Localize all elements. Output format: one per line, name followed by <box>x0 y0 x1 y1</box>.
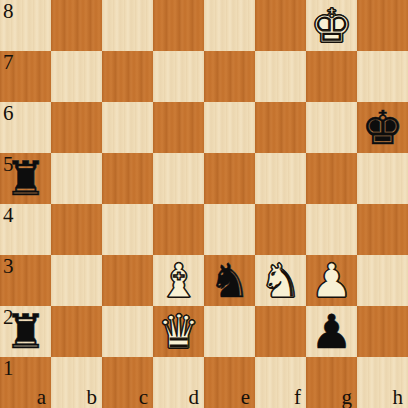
file-label-a: a <box>0 387 46 408</box>
square-d4[interactable] <box>153 204 204 255</box>
file-label-d: d <box>153 387 199 408</box>
rank-label-5: 5 <box>3 154 14 175</box>
square-d7[interactable] <box>153 51 204 102</box>
square-h4[interactable] <box>357 204 408 255</box>
rank-label-4: 4 <box>3 205 14 226</box>
rank-label-6: 6 <box>3 103 14 124</box>
square-e7[interactable] <box>204 51 255 102</box>
file-label-g: g <box>306 387 352 408</box>
square-g7[interactable] <box>306 51 357 102</box>
square-c6[interactable] <box>102 102 153 153</box>
square-c7[interactable] <box>102 51 153 102</box>
file-label-f: f <box>255 387 301 408</box>
square-e6[interactable] <box>204 102 255 153</box>
square-g6[interactable] <box>306 102 357 153</box>
square-c4[interactable] <box>102 204 153 255</box>
square-c3[interactable] <box>102 255 153 306</box>
square-d3[interactable]: ♝ <box>153 255 204 306</box>
square-g3[interactable]: ♟ <box>306 255 357 306</box>
file-label-e: e <box>204 387 250 408</box>
square-f7[interactable] <box>255 51 306 102</box>
square-d5[interactable] <box>153 153 204 204</box>
rank-label-3: 3 <box>3 256 14 277</box>
square-c8[interactable] <box>102 0 153 51</box>
square-e5[interactable] <box>204 153 255 204</box>
square-e2[interactable] <box>204 306 255 357</box>
file-label-c: c <box>102 387 148 408</box>
square-b3[interactable] <box>51 255 102 306</box>
black-king[interactable]: ♚ <box>361 102 403 153</box>
white-king[interactable]: ♚ <box>310 0 352 51</box>
rank-label-7: 7 <box>3 52 14 73</box>
rank-label-8: 8 <box>3 1 14 22</box>
square-e3[interactable]: ♞ <box>204 255 255 306</box>
chess-board: ♚♚♜♝♞♞♟♜♛♟ 87654321abcdefgh <box>0 0 408 408</box>
square-f3[interactable]: ♞ <box>255 255 306 306</box>
square-b5[interactable] <box>51 153 102 204</box>
white-queen[interactable]: ♛ <box>157 306 199 357</box>
white-bishop[interactable]: ♝ <box>157 255 199 306</box>
square-f5[interactable] <box>255 153 306 204</box>
square-b2[interactable] <box>51 306 102 357</box>
square-h8[interactable] <box>357 0 408 51</box>
square-d8[interactable] <box>153 0 204 51</box>
square-g2[interactable]: ♟ <box>306 306 357 357</box>
square-h6[interactable]: ♚ <box>357 102 408 153</box>
square-g4[interactable] <box>306 204 357 255</box>
file-label-b: b <box>51 387 97 408</box>
square-c2[interactable] <box>102 306 153 357</box>
white-knight[interactable]: ♞ <box>259 255 301 306</box>
black-knight[interactable]: ♞ <box>208 255 250 306</box>
square-f4[interactable] <box>255 204 306 255</box>
square-c5[interactable] <box>102 153 153 204</box>
square-h2[interactable] <box>357 306 408 357</box>
square-e4[interactable] <box>204 204 255 255</box>
square-d2[interactable]: ♛ <box>153 306 204 357</box>
square-d6[interactable] <box>153 102 204 153</box>
white-pawn[interactable]: ♟ <box>310 255 352 306</box>
square-g5[interactable] <box>306 153 357 204</box>
square-f8[interactable] <box>255 0 306 51</box>
square-b8[interactable] <box>51 0 102 51</box>
square-g8[interactable]: ♚ <box>306 0 357 51</box>
square-b6[interactable] <box>51 102 102 153</box>
board-squares: ♚♚♜♝♞♞♟♜♛♟ <box>0 0 408 408</box>
square-h5[interactable] <box>357 153 408 204</box>
square-h7[interactable] <box>357 51 408 102</box>
square-e8[interactable] <box>204 0 255 51</box>
square-h3[interactable] <box>357 255 408 306</box>
rank-label-2: 2 <box>3 307 14 328</box>
square-b7[interactable] <box>51 51 102 102</box>
rank-label-1: 1 <box>3 358 14 379</box>
square-f2[interactable] <box>255 306 306 357</box>
black-pawn[interactable]: ♟ <box>310 306 352 357</box>
file-label-h: h <box>357 387 403 408</box>
square-f6[interactable] <box>255 102 306 153</box>
square-b4[interactable] <box>51 204 102 255</box>
